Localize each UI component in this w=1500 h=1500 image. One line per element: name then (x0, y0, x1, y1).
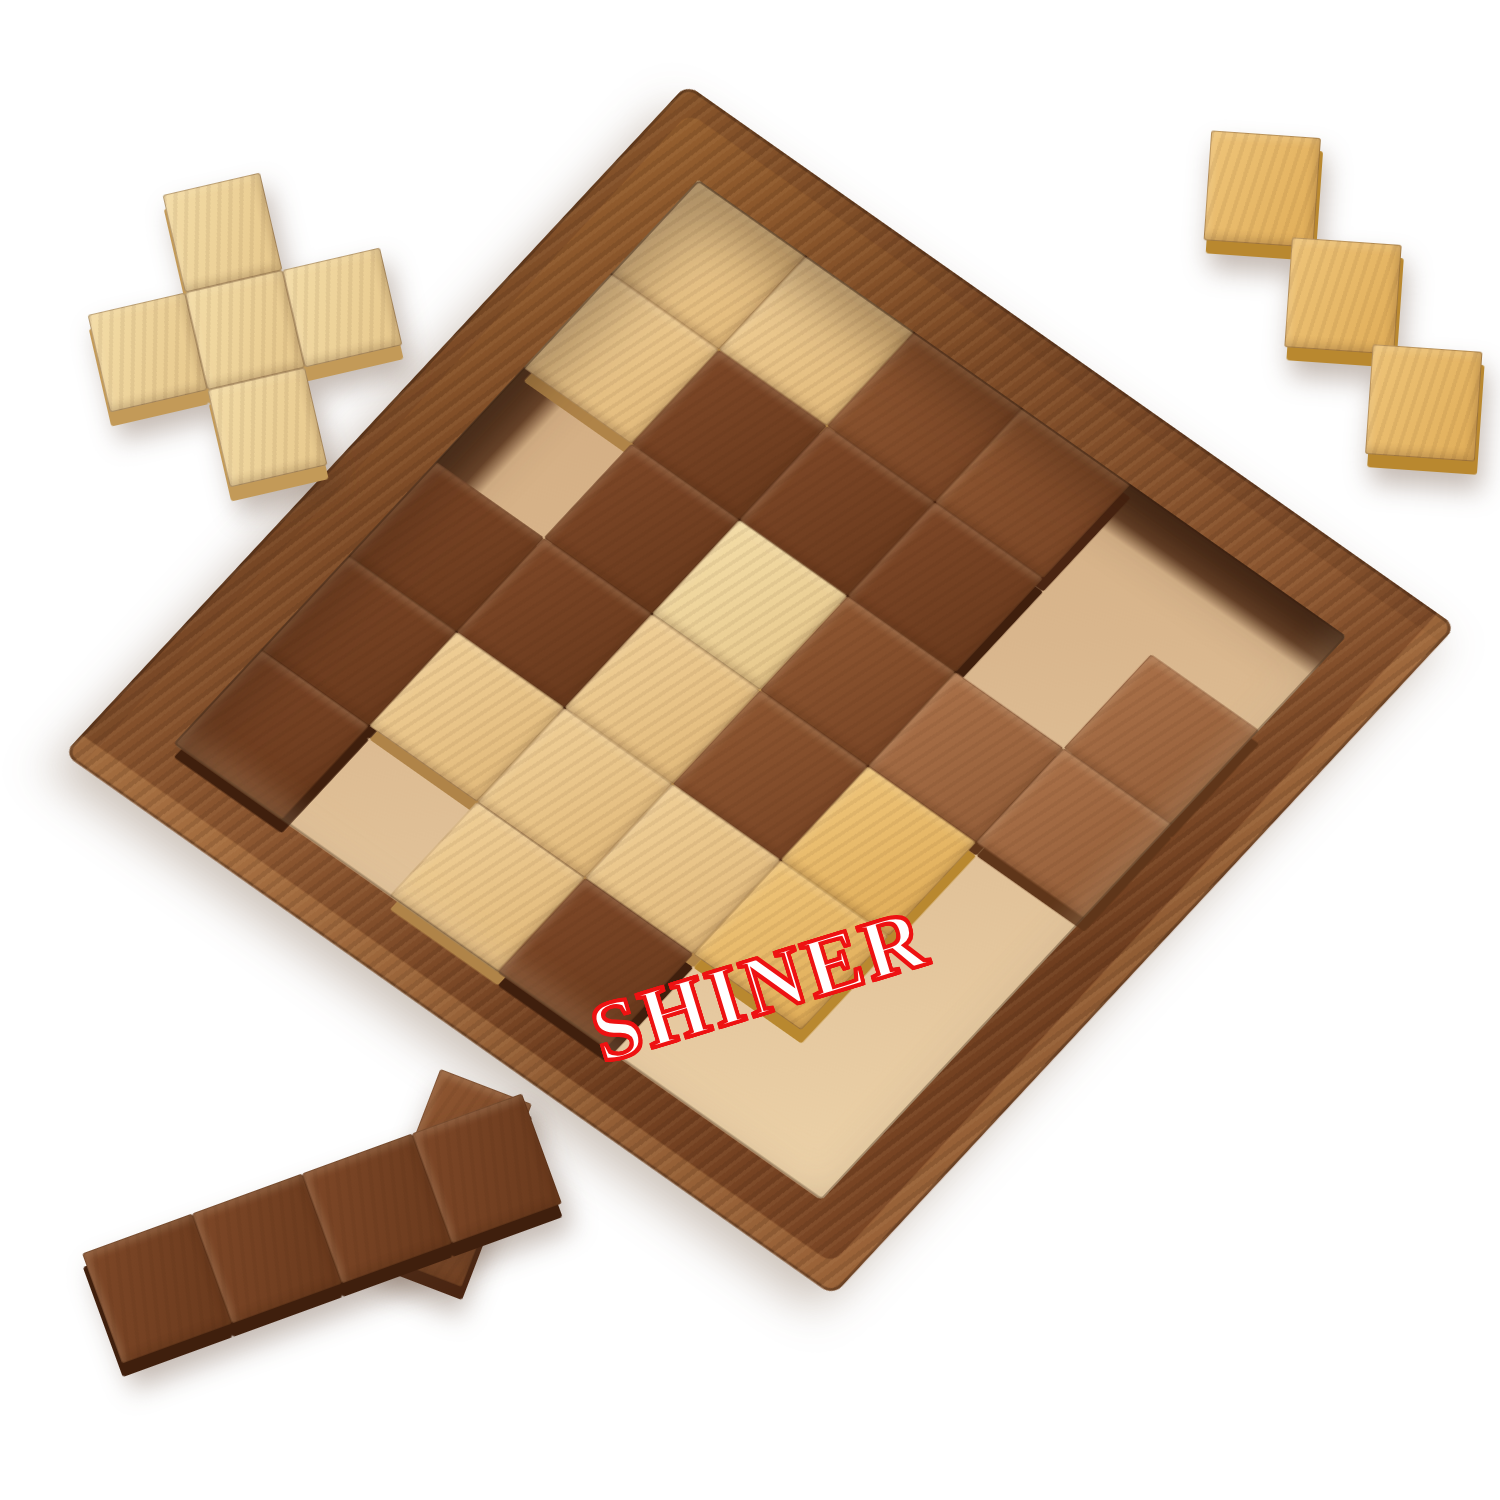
piece-top-layer (82, 1093, 562, 1363)
piece-top-layer (1189, 130, 1496, 462)
staircase-piece[interactable] (1365, 345, 1482, 462)
product-photo: SHINER (0, 0, 1500, 1500)
staircase-piece[interactable] (1204, 130, 1321, 247)
long-bar-piece[interactable] (82, 1093, 562, 1363)
staircase-piece[interactable] (1284, 237, 1401, 354)
staircase-piece[interactable] (1189, 130, 1496, 462)
plus-cross-piece[interactable] (282, 248, 402, 368)
